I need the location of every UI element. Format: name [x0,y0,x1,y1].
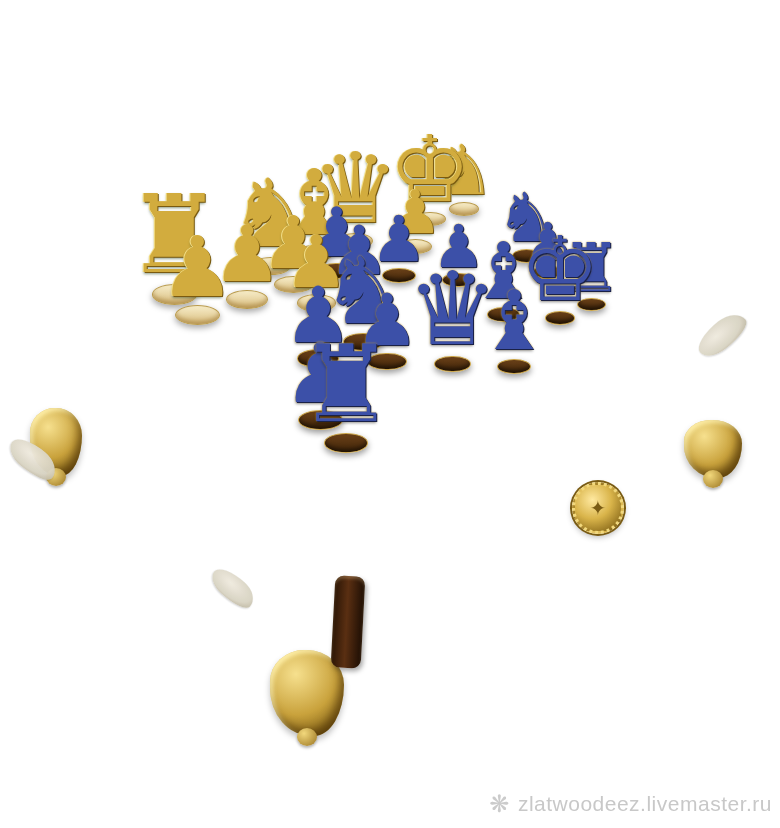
corner-flourish [63,272,112,303]
coordinate-medallion-c: c [440,412,476,433]
wood-corner-handle [331,575,366,668]
gold-fringe [321,454,700,660]
rook-glyph: ♜ [293,331,400,438]
coordinate-medallion-g: g [588,344,617,361]
bishop-glyph: ♝ [473,280,555,362]
pieces-layer: ♞♚♛♟♝♞♞♟♟♟♟♟♟♜♟♟♜♝♟♚♞♟♟♛♝♟♜ [0,0,780,828]
coordinate-medallion-h: h [620,330,648,346]
pawn-glyph: ♟ [156,226,240,310]
coordinate-medallion-5: 5 [186,365,223,386]
coordinate-medallion-7: 7 [138,323,175,343]
piece-white-pawn-a7[interactable]: ♟ [156,226,240,325]
gold-fringe [61,425,322,660]
coordinate-medallion-e: e [519,376,551,395]
gold-thistle-knob: ✦ [572,482,624,534]
coordinate-medallion-3: 3 [236,409,273,432]
square-a6[interactable] [183,321,258,359]
square-a5[interactable] [207,341,282,380]
square-c1[interactable] [402,386,469,426]
rosette-icon: ❋ [489,790,510,818]
square-g1[interactable] [555,322,610,354]
coordinate-medallion-8: 8 [114,302,151,322]
coordinate-medallion-6: 6 [162,344,199,365]
coordinate-medallion-4: 4 [211,387,248,409]
product-photo: aa11bb22cc33dd44ee55ff66gg77hh88 ✦ ♞♚♛♟♝… [0,0,780,828]
piece-black-rook-a1[interactable]: ♜ [293,331,400,453]
coordinate-medallion-f: f [555,360,586,378]
silver-leaf-ornament [206,562,259,613]
coordinate-medallion-a: a [349,454,390,478]
knob-rosette-icon: ✦ [590,496,607,520]
silver-inlay-band [90,304,306,492]
coordinate-medallion-d: d [481,393,515,413]
watermark-text: zlatwoodeez.livemaster.ru [518,792,772,816]
piece-black-bishop-e1[interactable]: ♝ [473,280,555,374]
coordinate-medallion-1: 1 [627,305,652,321]
corner-flourish [294,496,366,510]
corner-flourish [665,319,683,345]
gold-foot-right [684,420,742,478]
silver-leaf-ornament [692,308,752,363]
watermark: ❋ zlatwoodeez.livemaster.ru [489,790,772,818]
coordinate-medallion-1: 1 [289,454,326,478]
coordinate-medallion-b: b [397,432,435,454]
